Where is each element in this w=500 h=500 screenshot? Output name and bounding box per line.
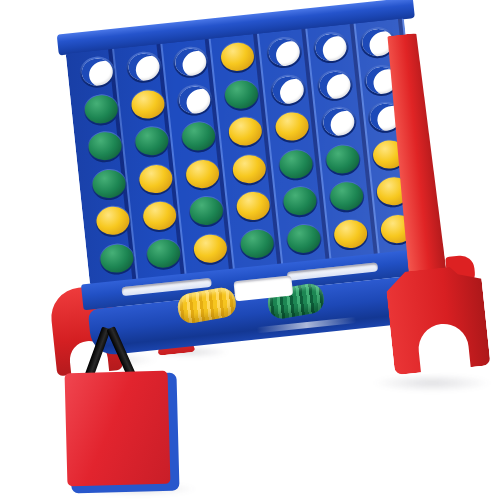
cell-r1-c1 xyxy=(72,51,123,93)
hole-socket xyxy=(125,50,163,84)
disc-green xyxy=(224,79,260,110)
hole-socket xyxy=(234,190,272,224)
shadow-right-foot xyxy=(372,374,492,392)
hole-socket xyxy=(238,227,276,261)
cell-r4-c5 xyxy=(271,143,322,185)
hole-socket xyxy=(285,222,323,256)
disc-yellow xyxy=(220,41,256,72)
disc-green xyxy=(329,181,365,212)
hole-socket xyxy=(265,35,303,69)
hole-socket xyxy=(312,31,350,65)
hole-socket xyxy=(328,180,366,214)
bag-red-front-panel xyxy=(65,371,171,487)
disc-yellow xyxy=(235,191,271,222)
cell-r3-c2 xyxy=(127,121,178,163)
cell-r6-c6 xyxy=(325,213,376,255)
hole-socket xyxy=(141,199,179,233)
hole-socket xyxy=(219,40,257,74)
hole-socket xyxy=(133,125,171,159)
disc-green xyxy=(99,243,135,274)
cell-r2-c1 xyxy=(76,89,127,131)
cell-r1-c3 xyxy=(166,41,217,83)
cell-r1-c4 xyxy=(212,37,263,79)
right-leg-post xyxy=(384,33,448,284)
cell-r6-c1 xyxy=(92,238,143,280)
hole-socket xyxy=(180,120,218,154)
cell-r1-c5 xyxy=(259,32,310,74)
cell-r2-c4 xyxy=(216,74,267,116)
hole-socket xyxy=(277,147,315,181)
hole-socket xyxy=(172,45,210,79)
hole-socket xyxy=(78,55,116,89)
disc-yellow xyxy=(231,153,267,184)
disc-yellow xyxy=(95,205,131,236)
product-photo xyxy=(0,0,500,500)
disc-yellow xyxy=(274,111,310,142)
cell-r3-c1 xyxy=(80,126,131,168)
cell-r6-c3 xyxy=(185,228,236,270)
disc-yellow xyxy=(185,158,221,189)
hole-socket xyxy=(273,110,311,144)
cell-r3-c3 xyxy=(173,116,224,158)
hole-socket xyxy=(94,204,132,238)
cell-r3-c5 xyxy=(267,106,318,148)
cell-r1-c6 xyxy=(306,27,357,69)
hole-socket xyxy=(137,162,175,196)
empty-hole xyxy=(314,33,348,63)
cell-r4-c6 xyxy=(317,139,368,181)
cell-r5-c1 xyxy=(88,200,139,242)
disc-yellow xyxy=(193,233,229,264)
cell-r2-c2 xyxy=(123,84,174,126)
disc-green xyxy=(91,168,127,199)
hole-socket xyxy=(316,68,354,102)
disc-green xyxy=(282,186,318,217)
cell-r5-c6 xyxy=(321,176,372,218)
empty-hole xyxy=(322,107,356,137)
cell-r2-c5 xyxy=(263,69,314,111)
disc-green xyxy=(134,126,170,157)
cell-r6-c5 xyxy=(279,218,330,260)
cell-r4-c1 xyxy=(84,163,135,205)
disc-green xyxy=(189,196,225,227)
release-slot-right xyxy=(287,262,378,280)
cell-r3-c6 xyxy=(314,101,365,143)
disc-green xyxy=(325,144,361,175)
cell-r6-c4 xyxy=(232,223,283,265)
disc-yellow xyxy=(142,200,178,231)
cell-r2-c6 xyxy=(310,64,361,106)
empty-hole xyxy=(178,85,212,115)
empty-hole xyxy=(127,52,161,82)
disc-green xyxy=(286,223,322,254)
hole-socket xyxy=(281,185,319,219)
hole-socket xyxy=(222,78,260,112)
disc-yellow xyxy=(227,116,263,147)
cell-r5-c5 xyxy=(275,181,326,223)
empty-hole xyxy=(174,47,208,77)
empty-hole xyxy=(271,75,305,105)
cell-r1-c2 xyxy=(119,46,170,88)
hole-socket xyxy=(184,157,222,191)
cell-r6-c2 xyxy=(138,233,189,275)
cell-r5-c4 xyxy=(228,186,279,228)
empty-hole xyxy=(81,57,115,87)
hole-socket xyxy=(90,167,128,201)
disc-yellow xyxy=(138,163,174,194)
hole-socket xyxy=(187,194,225,228)
disc-green xyxy=(239,228,275,259)
empty-hole xyxy=(318,70,352,100)
disc-green xyxy=(83,93,119,124)
cell-r4-c4 xyxy=(224,148,275,190)
hole-socket xyxy=(86,130,124,164)
disc-yellow xyxy=(130,89,166,120)
hole-socket xyxy=(320,105,358,139)
hole-socket xyxy=(324,142,362,176)
disc-green xyxy=(146,238,182,269)
hole-socket xyxy=(176,83,214,117)
hole-socket xyxy=(129,87,167,121)
cell-r5-c2 xyxy=(134,196,185,238)
empty-hole xyxy=(267,38,301,68)
carry-bag xyxy=(66,320,182,494)
hole-socket xyxy=(269,73,307,107)
cell-r4-c2 xyxy=(131,158,182,200)
disc-yellow xyxy=(333,218,369,249)
disc-green xyxy=(87,131,123,162)
hole-socket xyxy=(82,92,120,126)
cell-r4-c3 xyxy=(177,153,228,195)
cell-r2-c3 xyxy=(169,79,220,121)
cell-r5-c3 xyxy=(181,191,232,233)
hole-socket xyxy=(230,152,268,186)
hole-socket xyxy=(191,232,229,266)
disc-green xyxy=(278,148,314,179)
hole-socket xyxy=(145,237,183,271)
hole-socket xyxy=(98,242,136,276)
cell-r3-c4 xyxy=(220,111,271,153)
hole-socket xyxy=(226,115,264,149)
hole-socket xyxy=(332,217,370,251)
disc-green xyxy=(181,121,217,152)
